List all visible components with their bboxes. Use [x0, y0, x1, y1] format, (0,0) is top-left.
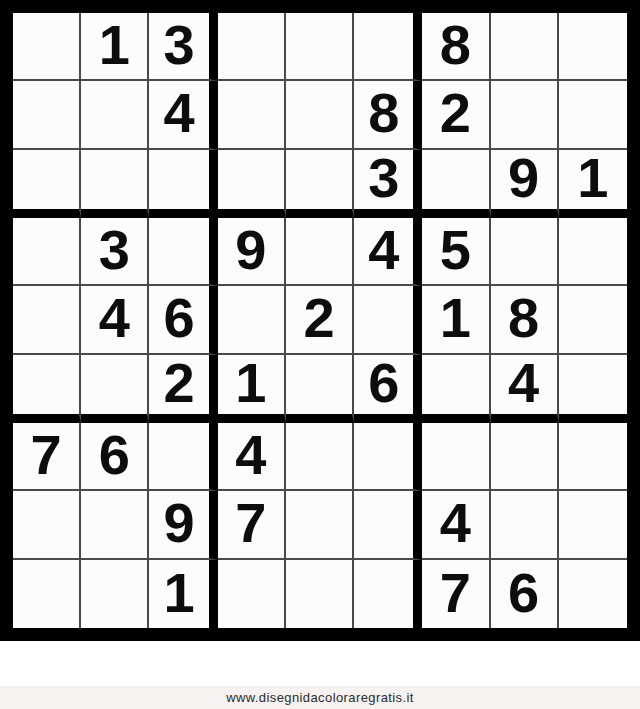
- sudoku-cell-r6c3[interactable]: 2: [149, 355, 217, 423]
- sudoku-cell-r8c9[interactable]: [559, 491, 627, 559]
- sudoku-cell-r6c1[interactable]: [13, 355, 81, 423]
- sudoku-cell-r4c7[interactable]: 5: [422, 218, 490, 286]
- sudoku-cell-r6c4[interactable]: 1: [218, 355, 286, 423]
- sudoku-cell-r5c8[interactable]: 8: [491, 286, 559, 354]
- watermark-url: www.disegnidacoloraregratis.it: [226, 690, 414, 705]
- given-digit: 7: [235, 495, 266, 551]
- sudoku-cell-r6c6[interactable]: 6: [354, 355, 422, 423]
- given-digit: 3: [163, 17, 194, 73]
- sudoku-cell-r7c9[interactable]: [559, 423, 627, 491]
- given-digit: 1: [163, 565, 194, 621]
- given-digit: 9: [508, 150, 539, 206]
- sudoku-cell-r5c9[interactable]: [559, 286, 627, 354]
- given-digit: 1: [440, 290, 471, 346]
- sudoku-cell-r4c9[interactable]: [559, 218, 627, 286]
- sudoku-cell-r5c7[interactable]: 1: [422, 286, 490, 354]
- sudoku-cell-r5c6[interactable]: [354, 286, 422, 354]
- sudoku-cell-r7c5[interactable]: [286, 423, 354, 491]
- sudoku-cell-r9c6[interactable]: [354, 560, 422, 628]
- sudoku-cell-r1c5[interactable]: [286, 13, 354, 81]
- sudoku-cell-r4c5[interactable]: [286, 218, 354, 286]
- sudoku-cell-r8c2[interactable]: [81, 491, 149, 559]
- given-digit: 1: [235, 355, 266, 411]
- sudoku-cell-r1c8[interactable]: [491, 13, 559, 81]
- footer-band: www.disegnidacoloraregratis.it: [0, 686, 640, 709]
- sudoku-cell-r9c5[interactable]: [286, 560, 354, 628]
- sudoku-cell-r4c6[interactable]: 4: [354, 218, 422, 286]
- given-digit: 6: [508, 565, 539, 621]
- sudoku-cell-r7c7[interactable]: [422, 423, 490, 491]
- sudoku-cell-r2c6[interactable]: 8: [354, 81, 422, 149]
- sudoku-cell-r7c3[interactable]: [149, 423, 217, 491]
- given-digit: 4: [440, 495, 471, 551]
- given-digit: 4: [368, 222, 399, 278]
- given-digit: 4: [99, 290, 130, 346]
- given-digit: 8: [440, 17, 471, 73]
- sudoku-cell-r9c3[interactable]: 1: [149, 560, 217, 628]
- sudoku-cell-r1c2[interactable]: 1: [81, 13, 149, 81]
- sudoku-cell-r9c8[interactable]: 6: [491, 560, 559, 628]
- given-digit: 2: [163, 355, 194, 411]
- given-digit: 8: [368, 85, 399, 141]
- sudoku-cell-r4c8[interactable]: [491, 218, 559, 286]
- sudoku-board: 1384823913945462182164764974176: [0, 0, 640, 641]
- sudoku-cell-r7c6[interactable]: [354, 423, 422, 491]
- sudoku-cell-r5c4[interactable]: [218, 286, 286, 354]
- sudoku-cell-r8c5[interactable]: [286, 491, 354, 559]
- sudoku-cell-r1c7[interactable]: 8: [422, 13, 490, 81]
- sudoku-cell-r9c7[interactable]: 7: [422, 560, 490, 628]
- sudoku-cell-r8c7[interactable]: 4: [422, 491, 490, 559]
- sudoku-cell-r1c9[interactable]: [559, 13, 627, 81]
- sudoku-cell-r8c4[interactable]: 7: [218, 491, 286, 559]
- sudoku-cell-r3c8[interactable]: 9: [491, 150, 559, 218]
- sudoku-cell-r2c1[interactable]: [13, 81, 81, 149]
- sudoku-cell-r1c3[interactable]: 3: [149, 13, 217, 81]
- sudoku-cell-r9c1[interactable]: [13, 560, 81, 628]
- sudoku-cell-r4c4[interactable]: 9: [218, 218, 286, 286]
- sudoku-cell-r6c9[interactable]: [559, 355, 627, 423]
- sudoku-cell-r8c8[interactable]: [491, 491, 559, 559]
- given-digit: 6: [163, 290, 194, 346]
- sudoku-cell-r4c3[interactable]: [149, 218, 217, 286]
- sudoku-cell-r6c5[interactable]: [286, 355, 354, 423]
- sudoku-cell-r4c1[interactable]: [13, 218, 81, 286]
- sudoku-cell-r8c1[interactable]: [13, 491, 81, 559]
- given-digit: 7: [440, 565, 471, 621]
- sudoku-cell-r3c6[interactable]: 3: [354, 150, 422, 218]
- given-digit: 3: [368, 150, 399, 206]
- sudoku-cell-r9c4[interactable]: [218, 560, 286, 628]
- given-digit: 6: [99, 427, 130, 483]
- sudoku-cell-r2c9[interactable]: [559, 81, 627, 149]
- sudoku-cell-r3c2[interactable]: [81, 150, 149, 218]
- sudoku-cell-r3c9[interactable]: 1: [559, 150, 627, 218]
- sudoku-cell-r7c8[interactable]: [491, 423, 559, 491]
- sudoku-cell-r5c1[interactable]: [13, 286, 81, 354]
- sudoku-cell-r8c6[interactable]: [354, 491, 422, 559]
- sudoku-cell-r1c1[interactable]: [13, 13, 81, 81]
- sudoku-cell-r4c2[interactable]: 3: [81, 218, 149, 286]
- sudoku-cell-r3c7[interactable]: [422, 150, 490, 218]
- sudoku-cell-r9c9[interactable]: [559, 560, 627, 628]
- sudoku-cell-r1c4[interactable]: [218, 13, 286, 81]
- sudoku-cell-r9c2[interactable]: [81, 560, 149, 628]
- given-digit: 9: [235, 222, 266, 278]
- given-digit: 8: [508, 290, 539, 346]
- sudoku-cell-r7c2[interactable]: 6: [81, 423, 149, 491]
- sudoku-cell-r2c2[interactable]: [81, 81, 149, 149]
- sudoku-cell-r6c7[interactable]: [422, 355, 490, 423]
- given-digit: 1: [99, 17, 130, 73]
- given-digit: 5: [440, 222, 471, 278]
- given-digit: 7: [31, 427, 62, 483]
- sudoku-cell-r3c1[interactable]: [13, 150, 81, 218]
- given-digit: 6: [368, 355, 399, 411]
- given-digit: 9: [163, 495, 194, 551]
- sudoku-cell-r5c5[interactable]: 2: [286, 286, 354, 354]
- sudoku-cell-r3c5[interactable]: [286, 150, 354, 218]
- sudoku-cell-r5c2[interactable]: 4: [81, 286, 149, 354]
- sudoku-cell-r3c3[interactable]: [149, 150, 217, 218]
- given-digit: 4: [235, 427, 266, 483]
- sudoku-cell-r2c4[interactable]: [218, 81, 286, 149]
- sudoku-cell-r2c3[interactable]: 4: [149, 81, 217, 149]
- given-digit: 4: [163, 85, 194, 141]
- sudoku-cell-r2c8[interactable]: [491, 81, 559, 149]
- sudoku-cell-r2c5[interactable]: [286, 81, 354, 149]
- sudoku-cell-r6c2[interactable]: [81, 355, 149, 423]
- sudoku-cell-r8c3[interactable]: 9: [149, 491, 217, 559]
- sudoku-cell-r6c8[interactable]: 4: [491, 355, 559, 423]
- given-digit: 2: [440, 85, 471, 141]
- given-digit: 1: [577, 150, 608, 206]
- given-digit: 3: [99, 222, 130, 278]
- given-digit: 4: [508, 355, 539, 411]
- sudoku-cell-r2c7[interactable]: 2: [422, 81, 490, 149]
- given-digit: 2: [303, 290, 334, 346]
- sudoku-cell-r7c1[interactable]: 7: [13, 423, 81, 491]
- sudoku-cell-r5c3[interactable]: 6: [149, 286, 217, 354]
- sudoku-cell-r7c4[interactable]: 4: [218, 423, 286, 491]
- sudoku-cell-r1c6[interactable]: [354, 13, 422, 81]
- sudoku-cell-r3c4[interactable]: [218, 150, 286, 218]
